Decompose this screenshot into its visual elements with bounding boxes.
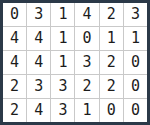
grid-cell[interactable]: 0 [100, 99, 123, 122]
grid-cell[interactable]: 0 [75, 27, 98, 50]
grid-cell[interactable]: 2 [75, 75, 98, 98]
puzzle-grid: 031423441011441320233220243100 [0, 0, 150, 125]
grid-cell[interactable]: 1 [51, 27, 74, 50]
grid-cell[interactable]: 2 [100, 51, 123, 74]
grid-cell[interactable]: 3 [51, 99, 74, 122]
grid-cell[interactable]: 1 [124, 27, 147, 50]
grid-cell[interactable]: 3 [51, 75, 74, 98]
grid-cell[interactable]: 0 [124, 75, 147, 98]
grid-cell[interactable]: 2 [3, 99, 26, 122]
grid-cell[interactable]: 4 [27, 99, 50, 122]
grid-cell[interactable]: 0 [124, 99, 147, 122]
grid-cell[interactable]: 4 [3, 27, 26, 50]
grid-cell[interactable]: 4 [3, 51, 26, 74]
grid-cell[interactable]: 0 [124, 51, 147, 74]
grid-cell[interactable]: 1 [75, 99, 98, 122]
grid-cell[interactable]: 3 [124, 3, 147, 26]
grid-cell[interactable]: 4 [27, 27, 50, 50]
grid-cell[interactable]: 3 [75, 51, 98, 74]
grid-cell[interactable]: 3 [27, 3, 50, 26]
grid-cell[interactable]: 1 [100, 27, 123, 50]
grid-cell[interactable]: 2 [3, 75, 26, 98]
grid-cell[interactable]: 1 [51, 3, 74, 26]
grid-cell[interactable]: 0 [3, 3, 26, 26]
grid-cell[interactable]: 2 [100, 75, 123, 98]
grid-cell[interactable]: 4 [75, 3, 98, 26]
grid-cell[interactable]: 4 [27, 51, 50, 74]
grid-cell[interactable]: 1 [51, 51, 74, 74]
grid-cell[interactable]: 2 [100, 3, 123, 26]
grid-cell[interactable]: 3 [27, 75, 50, 98]
